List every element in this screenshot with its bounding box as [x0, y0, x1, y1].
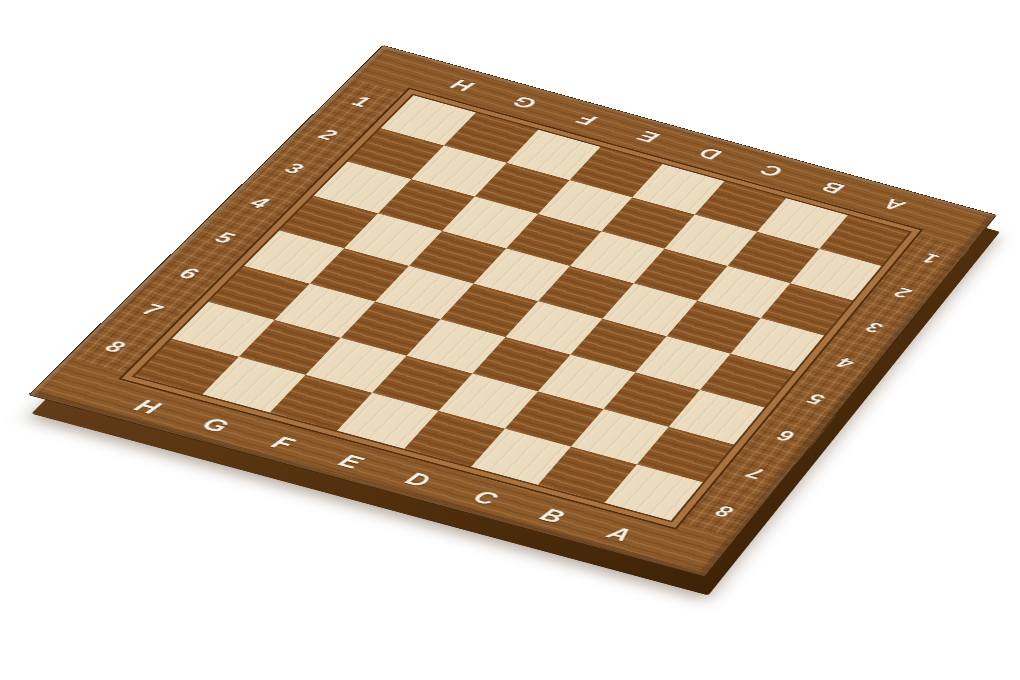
chessboard: HGFEDCBA HGFEDCBA 12345678 12345678: [28, 45, 997, 577]
product-photo-scene: HGFEDCBA HGFEDCBA 12345678 12345678: [0, 0, 1020, 680]
